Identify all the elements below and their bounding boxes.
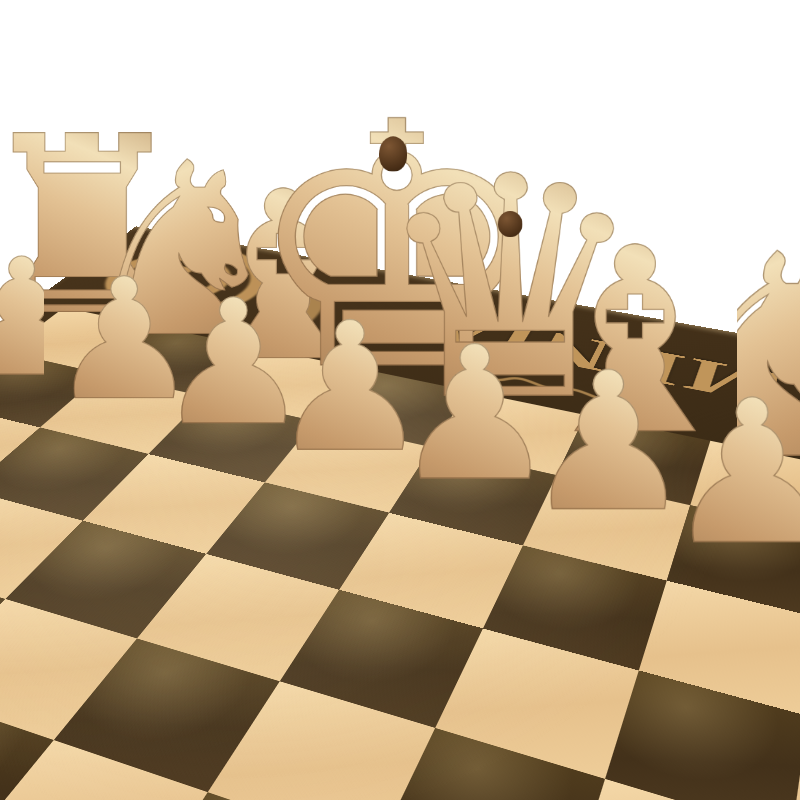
product-photo-scene: ARMENIA ♜♞♝♚♛♝♞♜♟♟♟♟♟♟♟♟ xyxy=(0,0,800,800)
square-f6 xyxy=(0,692,54,800)
square-c4 xyxy=(435,628,639,778)
chess-board: ARMENIA ♜♞♝♚♛♝♞♜♟♟♟♟♟♟♟♟ xyxy=(0,226,800,800)
square-c5 xyxy=(377,728,605,800)
